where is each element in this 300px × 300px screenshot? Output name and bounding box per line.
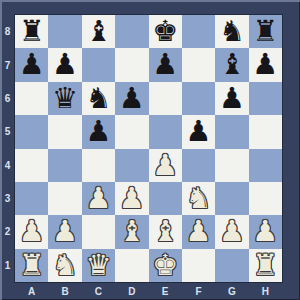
file-label-a: A — [15, 282, 48, 300]
square-c7[interactable] — [82, 48, 115, 81]
square-g7[interactable]: ♝ — [215, 48, 248, 81]
piece-black-knight[interactable]: ♞ — [82, 82, 115, 115]
square-h1[interactable]: ♜ — [249, 249, 282, 282]
square-b2[interactable]: ♟ — [48, 215, 81, 248]
square-c4[interactable] — [82, 149, 115, 182]
square-c8[interactable]: ♝ — [82, 15, 115, 48]
piece-black-king[interactable]: ♚ — [149, 15, 182, 48]
square-e1[interactable]: ♚ — [149, 249, 182, 282]
square-f2[interactable]: ♟ — [182, 215, 215, 248]
square-b8[interactable] — [48, 15, 81, 48]
square-b7[interactable]: ♟ — [48, 48, 81, 81]
piece-black-bishop[interactable]: ♝ — [82, 15, 115, 48]
square-a6[interactable] — [15, 82, 48, 115]
piece-white-queen[interactable]: ♛ — [82, 249, 115, 282]
square-d2[interactable]: ♝ — [115, 215, 148, 248]
file-label-g: G — [215, 282, 248, 300]
square-d3[interactable]: ♟ — [115, 182, 148, 215]
square-e6[interactable] — [149, 82, 182, 115]
square-b6[interactable]: ♛ — [48, 82, 81, 115]
piece-white-pawn[interactable]: ♟ — [48, 215, 81, 248]
piece-black-rook[interactable]: ♜ — [15, 15, 48, 48]
square-a4[interactable] — [15, 149, 48, 182]
piece-white-rook[interactable]: ♜ — [249, 249, 282, 282]
square-h2[interactable]: ♟ — [249, 215, 282, 248]
square-f7[interactable] — [182, 48, 215, 81]
piece-black-bishop[interactable]: ♝ — [215, 48, 248, 81]
square-h7[interactable]: ♟ — [249, 48, 282, 81]
square-f3[interactable]: ♞ — [182, 182, 215, 215]
piece-white-bishop[interactable]: ♝ — [149, 215, 182, 248]
square-f6[interactable] — [182, 82, 215, 115]
piece-black-pawn[interactable]: ♟ — [48, 48, 81, 81]
file-label-f: F — [182, 282, 215, 300]
square-a1[interactable]: ♜ — [15, 249, 48, 282]
piece-white-knight[interactable]: ♞ — [182, 182, 215, 215]
piece-white-pawn[interactable]: ♟ — [149, 149, 182, 182]
square-h4[interactable] — [249, 149, 282, 182]
square-c6[interactable]: ♞ — [82, 82, 115, 115]
square-h5[interactable] — [249, 115, 282, 148]
file-label-e: E — [149, 282, 182, 300]
square-c1[interactable]: ♛ — [82, 249, 115, 282]
piece-white-pawn[interactable]: ♟ — [249, 215, 282, 248]
piece-black-pawn[interactable]: ♟ — [82, 115, 115, 148]
square-d1[interactable] — [115, 249, 148, 282]
square-g2[interactable]: ♟ — [215, 215, 248, 248]
square-d7[interactable] — [115, 48, 148, 81]
square-g4[interactable] — [215, 149, 248, 182]
piece-white-knight[interactable]: ♞ — [48, 249, 81, 282]
square-g1[interactable] — [215, 249, 248, 282]
square-d6[interactable]: ♟ — [115, 82, 148, 115]
square-g6[interactable]: ♟ — [215, 82, 248, 115]
chess-board-frame: ♜♝♚♞♜♟♟♟♝♟♛♞♟♟♟♟♟♟♟♞♟♟♝♝♟♟♟♜♞♛♚♜ 8765432… — [0, 0, 300, 300]
square-a5[interactable] — [15, 115, 48, 148]
piece-white-pawn[interactable]: ♟ — [82, 182, 115, 215]
file-label-h: H — [249, 282, 282, 300]
piece-black-pawn[interactable]: ♟ — [149, 48, 182, 81]
square-e3[interactable] — [149, 182, 182, 215]
rank-label-6: 6 — [0, 82, 15, 115]
square-g3[interactable] — [215, 182, 248, 215]
rank-label-8: 8 — [0, 15, 15, 48]
square-e8[interactable]: ♚ — [149, 15, 182, 48]
rank-label-5: 5 — [0, 115, 15, 148]
square-c2[interactable] — [82, 215, 115, 248]
square-h8[interactable]: ♜ — [249, 15, 282, 48]
square-d8[interactable] — [115, 15, 148, 48]
piece-white-pawn[interactable]: ♟ — [115, 182, 148, 215]
square-e7[interactable]: ♟ — [149, 48, 182, 81]
piece-white-pawn[interactable]: ♟ — [215, 215, 248, 248]
rank-label-2: 2 — [0, 215, 15, 248]
piece-black-pawn[interactable]: ♟ — [115, 82, 148, 115]
square-a7[interactable]: ♟ — [15, 48, 48, 81]
square-c3[interactable]: ♟ — [82, 182, 115, 215]
rank-label-4: 4 — [0, 149, 15, 182]
rank-label-1: 1 — [0, 249, 15, 282]
square-g8[interactable]: ♞ — [215, 15, 248, 48]
square-e4[interactable]: ♟ — [149, 149, 182, 182]
piece-white-pawn[interactable]: ♟ — [15, 215, 48, 248]
piece-black-knight[interactable]: ♞ — [215, 15, 248, 48]
piece-black-pawn[interactable]: ♟ — [249, 48, 282, 81]
square-b1[interactable]: ♞ — [48, 249, 81, 282]
piece-black-pawn[interactable]: ♟ — [215, 82, 248, 115]
file-label-c: C — [82, 282, 115, 300]
piece-black-pawn[interactable]: ♟ — [15, 48, 48, 81]
square-f5[interactable]: ♟ — [182, 115, 215, 148]
square-e5[interactable] — [149, 115, 182, 148]
piece-black-rook[interactable]: ♜ — [249, 15, 282, 48]
square-a8[interactable]: ♜ — [15, 15, 48, 48]
file-label-b: B — [48, 282, 81, 300]
square-g5[interactable] — [215, 115, 248, 148]
piece-black-queen[interactable]: ♛ — [48, 82, 81, 115]
board-grid: ♜♝♚♞♜♟♟♟♝♟♛♞♟♟♟♟♟♟♟♞♟♟♝♝♟♟♟♜♞♛♚♜ — [15, 15, 282, 282]
square-f8[interactable] — [182, 15, 215, 48]
rank-label-7: 7 — [0, 48, 15, 81]
square-b4[interactable] — [48, 149, 81, 182]
file-label-d: D — [115, 282, 148, 300]
square-d5[interactable] — [115, 115, 148, 148]
piece-white-rook[interactable]: ♜ — [15, 249, 48, 282]
square-a3[interactable] — [15, 182, 48, 215]
square-f4[interactable] — [182, 149, 215, 182]
piece-white-bishop[interactable]: ♝ — [115, 215, 148, 248]
square-h6[interactable] — [249, 82, 282, 115]
rank-label-3: 3 — [0, 182, 15, 215]
square-a2[interactable]: ♟ — [15, 215, 48, 248]
square-e2[interactable]: ♝ — [149, 215, 182, 248]
square-b3[interactable] — [48, 182, 81, 215]
square-b5[interactable] — [48, 115, 81, 148]
square-f1[interactable] — [182, 249, 215, 282]
square-d4[interactable] — [115, 149, 148, 182]
piece-white-pawn[interactable]: ♟ — [182, 215, 215, 248]
square-c5[interactable]: ♟ — [82, 115, 115, 148]
square-h3[interactable] — [249, 182, 282, 215]
piece-white-king[interactable]: ♚ — [149, 249, 182, 282]
piece-black-pawn[interactable]: ♟ — [182, 115, 215, 148]
